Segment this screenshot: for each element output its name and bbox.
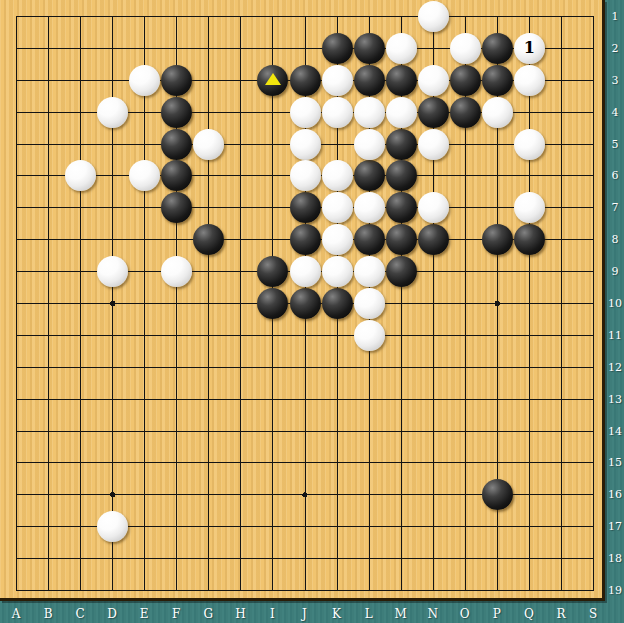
stone-white-O2 [450,33,481,64]
stone-black-J3 [290,65,321,96]
stone-black-O4 [450,97,481,128]
stone-black-P2 [482,33,513,64]
row-label-2: 2 [606,43,624,55]
row-label-4: 4 [606,107,624,119]
stone-black-N4 [418,97,449,128]
stone-white-K7 [322,192,353,223]
stone-white-E3 [129,65,160,96]
row-label-16: 16 [606,489,624,501]
row-label-7: 7 [606,202,624,214]
stone-white-N5 [418,129,449,160]
column-label-I: I [263,608,281,620]
star-point-D16 [110,492,115,497]
row-label-8: 8 [606,234,624,246]
stone-black-J7 [290,192,321,223]
stone-black-L3 [354,65,385,96]
stone-white-D4 [97,97,128,128]
stone-white-N1 [418,1,449,32]
stone-black-K10 [322,288,353,319]
column-label-C: C [71,608,89,620]
stone-white-M2 [386,33,417,64]
column-label-D: D [103,608,121,620]
column-label-M: M [392,608,410,620]
stone-white-K8 [322,224,353,255]
stone-white-K9 [322,256,353,287]
stone-white-Q5 [514,129,545,160]
stone-black-O3 [450,65,481,96]
row-label-19: 19 [606,585,624,597]
stone-white-L4 [354,97,385,128]
row-label-18: 18 [606,553,624,565]
move-number-label-Q2: 1 [514,33,545,64]
star-point-P10 [495,301,500,306]
stone-white-N7 [418,192,449,223]
stone-white-G5 [193,129,224,160]
column-label-H: H [231,608,249,620]
column-label-S: S [584,608,602,620]
stone-black-M9 [386,256,417,287]
go-board[interactable]: 1 [0,0,605,601]
go-board-window: 1 ABCDEFGHIJKLMNOPQRS1234567891011121314… [0,0,624,623]
column-label-N: N [424,608,442,620]
stone-white-J4 [290,97,321,128]
stone-white-L5 [354,129,385,160]
row-label-9: 9 [606,266,624,278]
stone-black-M3 [386,65,417,96]
stone-black-M5 [386,129,417,160]
stone-white-Q2: 1 [514,33,545,64]
row-label-3: 3 [606,75,624,87]
row-label-15: 15 [606,457,624,469]
column-label-A: A [7,608,25,620]
row-label-5: 5 [606,139,624,151]
stone-white-L11 [354,320,385,351]
stone-black-L6 [354,160,385,191]
row-label-11: 11 [606,330,624,342]
stone-black-K2 [322,33,353,64]
column-label-P: P [488,608,506,620]
stone-white-J5 [290,129,321,160]
stone-black-F4 [161,97,192,128]
row-label-12: 12 [606,362,624,374]
stone-white-J6 [290,160,321,191]
triangle-marker-I3 [265,73,281,85]
stone-white-M4 [386,97,417,128]
stone-black-J10 [290,288,321,319]
column-label-B: B [39,608,57,620]
column-label-E: E [135,608,153,620]
stone-white-J9 [290,256,321,287]
stone-black-M7 [386,192,417,223]
column-label-L: L [360,608,378,620]
column-label-J: J [296,608,314,620]
stone-black-Q8 [514,224,545,255]
stone-white-K4 [322,97,353,128]
star-point-D10 [110,301,115,306]
row-label-13: 13 [606,394,624,406]
column-label-O: O [456,608,474,620]
stone-black-J8 [290,224,321,255]
row-label-17: 17 [606,521,624,533]
row-label-14: 14 [606,426,624,438]
stone-white-N3 [418,65,449,96]
stone-black-P8 [482,224,513,255]
column-label-G: G [199,608,217,620]
stone-white-P4 [482,97,513,128]
stone-black-I3 [257,65,288,96]
stone-black-P3 [482,65,513,96]
stone-black-M8 [386,224,417,255]
stone-black-N8 [418,224,449,255]
stone-white-L9 [354,256,385,287]
stone-white-L7 [354,192,385,223]
stone-white-K3 [322,65,353,96]
column-label-R: R [552,608,570,620]
column-label-Q: Q [520,608,538,620]
stone-black-F5 [161,129,192,160]
star-point-J16 [302,492,307,497]
stone-white-K6 [322,160,353,191]
row-label-1: 1 [606,11,624,23]
stone-black-P16 [482,479,513,510]
stone-white-Q7 [514,192,545,223]
column-label-K: K [328,608,346,620]
stone-black-M6 [386,160,417,191]
row-label-6: 6 [606,170,624,182]
column-label-F: F [167,608,185,620]
stone-white-L10 [354,288,385,319]
stone-white-Q3 [514,65,545,96]
stone-black-L2 [354,33,385,64]
row-label-10: 10 [606,298,624,310]
stone-black-L8 [354,224,385,255]
stone-black-F3 [161,65,192,96]
